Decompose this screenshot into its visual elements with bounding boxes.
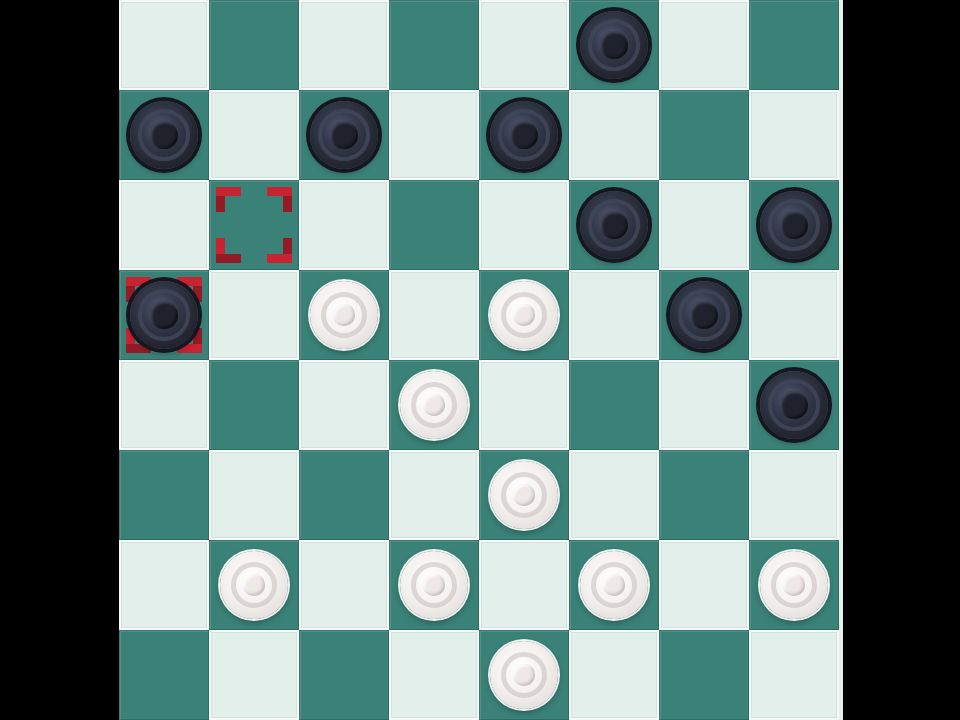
square-r7c2[interactable] — [299, 630, 389, 720]
letterbox-right — [843, 0, 960, 720]
square-r6c6 — [659, 540, 749, 630]
square-r7c3 — [389, 630, 479, 720]
square-r6c5[interactable] — [569, 540, 659, 630]
square-r1c2[interactable] — [299, 90, 389, 180]
last-move-from-marker — [216, 187, 292, 263]
square-r7c7 — [749, 630, 839, 720]
square-r3c7 — [749, 270, 839, 360]
square-r2c1[interactable] — [209, 180, 299, 270]
square-r1c7 — [749, 90, 839, 180]
square-r1c6[interactable] — [659, 90, 749, 180]
square-r6c1[interactable] — [209, 540, 299, 630]
square-r2c2 — [299, 180, 389, 270]
square-r5c6[interactable] — [659, 450, 749, 540]
square-r0c2 — [299, 0, 389, 90]
square-r6c4 — [479, 540, 569, 630]
square-r4c3[interactable] — [389, 360, 479, 450]
white-piece[interactable] — [220, 551, 288, 619]
square-r4c0 — [119, 360, 209, 450]
square-r7c1 — [209, 630, 299, 720]
square-r3c4[interactable] — [479, 270, 569, 360]
black-piece[interactable] — [670, 281, 738, 349]
square-r2c0 — [119, 180, 209, 270]
square-r1c5 — [569, 90, 659, 180]
square-r3c1 — [209, 270, 299, 360]
white-piece[interactable] — [490, 281, 558, 349]
white-piece[interactable] — [760, 551, 828, 619]
white-piece[interactable] — [400, 551, 468, 619]
square-r6c0 — [119, 540, 209, 630]
square-r5c3 — [389, 450, 479, 540]
square-r1c1 — [209, 90, 299, 180]
square-r4c4 — [479, 360, 569, 450]
square-r1c4[interactable] — [479, 90, 569, 180]
square-r5c0[interactable] — [119, 450, 209, 540]
square-r3c6[interactable] — [659, 270, 749, 360]
square-r6c7[interactable] — [749, 540, 839, 630]
white-piece[interactable] — [310, 281, 378, 349]
white-piece[interactable] — [490, 641, 558, 709]
square-r5c1 — [209, 450, 299, 540]
black-piece[interactable] — [760, 371, 828, 439]
white-piece[interactable] — [580, 551, 648, 619]
square-r5c5 — [569, 450, 659, 540]
square-r3c5 — [569, 270, 659, 360]
square-r4c7[interactable] — [749, 360, 839, 450]
square-r0c4 — [479, 0, 569, 90]
square-r7c5 — [569, 630, 659, 720]
square-r7c6[interactable] — [659, 630, 749, 720]
square-r1c0[interactable] — [119, 90, 209, 180]
square-r2c5[interactable] — [569, 180, 659, 270]
square-r0c5[interactable] — [569, 0, 659, 90]
black-piece[interactable] — [310, 101, 378, 169]
black-piece[interactable] — [580, 11, 648, 79]
square-r4c6 — [659, 360, 749, 450]
square-r3c0[interactable] — [119, 270, 209, 360]
square-r7c0[interactable] — [119, 630, 209, 720]
square-r3c3 — [389, 270, 479, 360]
square-r0c7[interactable] — [749, 0, 839, 90]
square-r6c3[interactable] — [389, 540, 479, 630]
black-piece[interactable] — [580, 191, 648, 259]
square-r5c4[interactable] — [479, 450, 569, 540]
square-r2c4 — [479, 180, 569, 270]
square-r4c1[interactable] — [209, 360, 299, 450]
white-piece[interactable] — [490, 461, 558, 529]
square-r5c7 — [749, 450, 839, 540]
white-piece[interactable] — [400, 371, 468, 439]
square-r0c6 — [659, 0, 749, 90]
black-piece[interactable] — [130, 101, 198, 169]
black-piece[interactable] — [760, 191, 828, 259]
black-piece[interactable] — [490, 101, 558, 169]
square-r0c0 — [119, 0, 209, 90]
square-r2c7[interactable] — [749, 180, 839, 270]
square-r7c4[interactable] — [479, 630, 569, 720]
square-r4c2 — [299, 360, 389, 450]
black-piece[interactable] — [130, 281, 198, 349]
square-r6c2 — [299, 540, 389, 630]
square-r3c2[interactable] — [299, 270, 389, 360]
square-r0c1[interactable] — [209, 0, 299, 90]
letterbox-left — [0, 0, 119, 720]
square-r2c6 — [659, 180, 749, 270]
checkers-board — [119, 0, 843, 720]
square-r0c3[interactable] — [389, 0, 479, 90]
square-r1c3 — [389, 90, 479, 180]
square-r4c5[interactable] — [569, 360, 659, 450]
square-r2c3[interactable] — [389, 180, 479, 270]
square-r5c2[interactable] — [299, 450, 389, 540]
